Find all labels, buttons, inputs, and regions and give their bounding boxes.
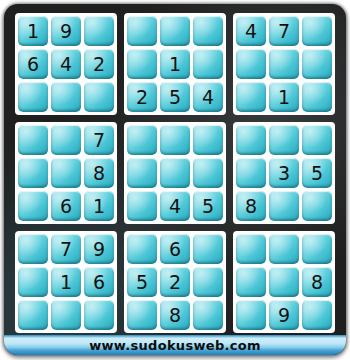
cell-r2c4[interactable] xyxy=(127,49,157,79)
cell-r7c3: 9 xyxy=(84,234,114,264)
cell-r3c1[interactable] xyxy=(18,82,48,112)
cell-r1c2: 9 xyxy=(51,16,81,46)
cell-r3c2[interactable] xyxy=(51,82,81,112)
cell-r7c7[interactable] xyxy=(236,234,266,264)
cell-r5c6[interactable] xyxy=(193,158,223,188)
cell-r6c1[interactable] xyxy=(18,191,48,221)
cell-r6c9[interactable] xyxy=(302,191,332,221)
cell-r8c9: 8 xyxy=(302,267,332,297)
cell-r5c1[interactable] xyxy=(18,158,48,188)
cell-r3c6: 4 xyxy=(193,82,223,112)
cell-r8c3: 6 xyxy=(84,267,114,297)
cell-r1c4[interactable] xyxy=(127,16,157,46)
cell-r2c5: 1 xyxy=(160,49,190,79)
cell-r3c9[interactable] xyxy=(302,82,332,112)
cell-r2c8[interactable] xyxy=(269,49,299,79)
cell-r4c9[interactable] xyxy=(302,125,332,155)
cell-r9c4[interactable] xyxy=(127,300,157,330)
box-2-1: 7861 xyxy=(15,122,117,224)
cell-r1c5[interactable] xyxy=(160,16,190,46)
cell-r9c9[interactable] xyxy=(302,300,332,330)
box-3-2: 6528 xyxy=(124,231,226,333)
cell-r4c6[interactable] xyxy=(193,125,223,155)
cell-r7c2: 7 xyxy=(51,234,81,264)
cell-r3c4: 2 xyxy=(127,82,157,112)
box-1-2: 1254 xyxy=(124,13,226,115)
cell-r3c8: 1 xyxy=(269,82,299,112)
cell-r7c1[interactable] xyxy=(18,234,48,264)
cell-r9c6[interactable] xyxy=(193,300,223,330)
cell-r2c3: 2 xyxy=(84,49,114,79)
cell-r1c7: 4 xyxy=(236,16,266,46)
cell-r2c7[interactable] xyxy=(236,49,266,79)
cell-r3c7[interactable] xyxy=(236,82,266,112)
cell-r7c8[interactable] xyxy=(269,234,299,264)
cell-r9c2[interactable] xyxy=(51,300,81,330)
cell-r8c2: 1 xyxy=(51,267,81,297)
cell-r5c5[interactable] xyxy=(160,158,190,188)
cell-r1c8: 7 xyxy=(269,16,299,46)
cell-r9c8: 9 xyxy=(269,300,299,330)
cell-r4c7[interactable] xyxy=(236,125,266,155)
cell-r2c9[interactable] xyxy=(302,49,332,79)
box-2-3: 358 xyxy=(233,122,335,224)
cell-r6c2: 6 xyxy=(51,191,81,221)
cell-r4c1[interactable] xyxy=(18,125,48,155)
cell-r5c4[interactable] xyxy=(127,158,157,188)
cell-r7c5: 6 xyxy=(160,234,190,264)
cell-r8c8[interactable] xyxy=(269,267,299,297)
cell-r8c4: 5 xyxy=(127,267,157,297)
cell-r5c8: 3 xyxy=(269,158,299,188)
cell-r6c6: 5 xyxy=(193,191,223,221)
cell-r3c5: 5 xyxy=(160,82,190,112)
cell-r8c1[interactable] xyxy=(18,267,48,297)
cell-r1c1: 1 xyxy=(18,16,48,46)
sudoku-board: 1964212544717861453587916652889 www.sudo… xyxy=(4,4,346,355)
cell-r7c9[interactable] xyxy=(302,234,332,264)
cell-r8c5: 2 xyxy=(160,267,190,297)
cell-r1c6[interactable] xyxy=(193,16,223,46)
cell-r7c6[interactable] xyxy=(193,234,223,264)
cell-r9c1[interactable] xyxy=(18,300,48,330)
box-3-3: 89 xyxy=(233,231,335,333)
cell-r2c2: 4 xyxy=(51,49,81,79)
cell-r5c7[interactable] xyxy=(236,158,266,188)
cell-r6c7: 8 xyxy=(236,191,266,221)
site-url-label: www.sudokusweb.com xyxy=(89,338,261,353)
box-1-3: 471 xyxy=(233,13,335,115)
cell-r9c7[interactable] xyxy=(236,300,266,330)
cell-r4c8[interactable] xyxy=(269,125,299,155)
cell-r2c6[interactable] xyxy=(193,49,223,79)
cell-r9c3[interactable] xyxy=(84,300,114,330)
cell-r1c9[interactable] xyxy=(302,16,332,46)
box-3-1: 7916 xyxy=(15,231,117,333)
cell-r6c5: 4 xyxy=(160,191,190,221)
cell-r4c5[interactable] xyxy=(160,125,190,155)
cell-r4c2[interactable] xyxy=(51,125,81,155)
box-2-2: 45 xyxy=(124,122,226,224)
cell-r6c3: 1 xyxy=(84,191,114,221)
cell-r6c8[interactable] xyxy=(269,191,299,221)
cell-r4c4[interactable] xyxy=(127,125,157,155)
cell-r5c2[interactable] xyxy=(51,158,81,188)
cell-r5c3: 8 xyxy=(84,158,114,188)
cell-r2c1: 6 xyxy=(18,49,48,79)
sudoku-grid: 1964212544717861453587916652889 xyxy=(4,4,346,335)
cell-r8c7[interactable] xyxy=(236,267,266,297)
cell-r9c5: 8 xyxy=(160,300,190,330)
cell-r4c3: 7 xyxy=(84,125,114,155)
cell-r5c9: 5 xyxy=(302,158,332,188)
cell-r1c3[interactable] xyxy=(84,16,114,46)
cell-r7c4[interactable] xyxy=(127,234,157,264)
site-footer: www.sudokusweb.com xyxy=(4,335,346,355)
box-1-1: 19642 xyxy=(15,13,117,115)
cell-r6c4[interactable] xyxy=(127,191,157,221)
cell-r8c6[interactable] xyxy=(193,267,223,297)
cell-r3c3[interactable] xyxy=(84,82,114,112)
